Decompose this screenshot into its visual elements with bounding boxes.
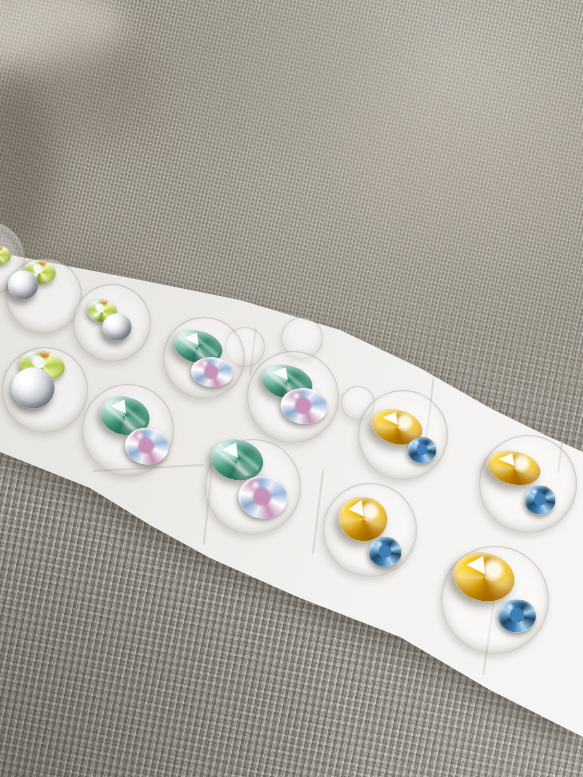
pearl: [12, 368, 55, 409]
blue-crystal: [369, 537, 402, 567]
specular-highlight: [377, 408, 410, 434]
pearl: [8, 271, 38, 300]
specular-highlight: [178, 329, 209, 354]
blue-crystal: [525, 486, 556, 515]
scene-root: [0, 0, 583, 777]
specular-highlight: [267, 363, 300, 389]
blue-crystal: [408, 437, 437, 463]
specular-highlight: [216, 439, 250, 469]
specular-highlight: [459, 552, 499, 587]
specular-highlight: [493, 450, 526, 475]
specular-highlight: [105, 396, 137, 424]
strip-seam: [312, 470, 324, 555]
specular-highlight: [343, 498, 374, 528]
pearl: [103, 314, 132, 341]
blue-crystal: [498, 600, 536, 633]
gem-layer: [0, 0, 583, 777]
